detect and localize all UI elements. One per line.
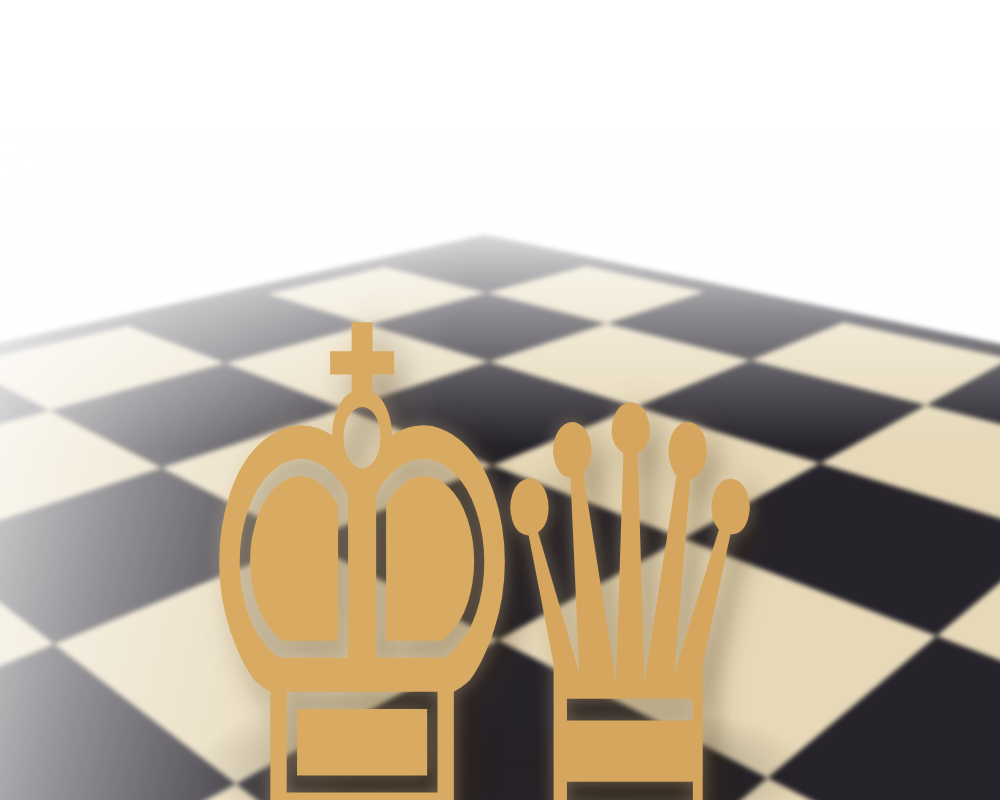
white-queen-piece: ♛: [471, 336, 789, 800]
chess-set-photo: ♚ ♛: [0, 0, 1000, 800]
white-queen-glyph: ♛: [471, 289, 789, 800]
